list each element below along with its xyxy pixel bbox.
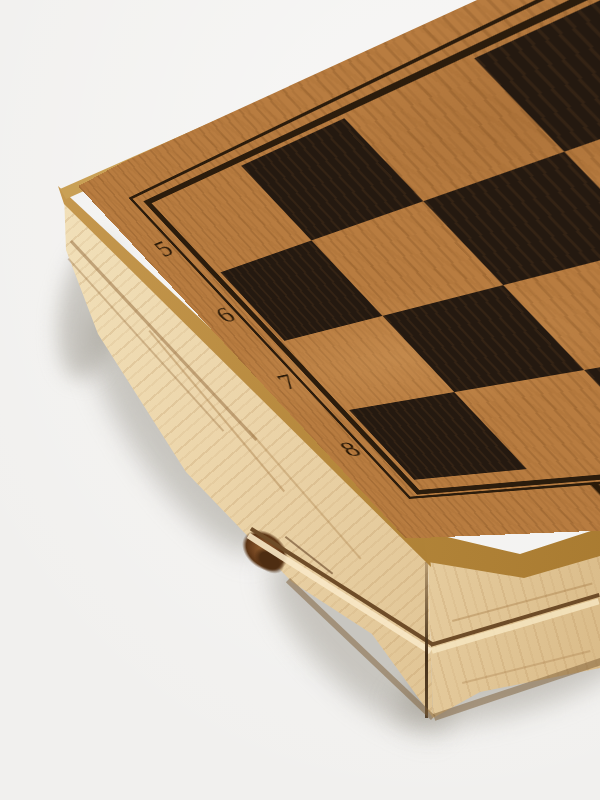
photo-scene: 5 6 7 8 H (0, 0, 600, 800)
